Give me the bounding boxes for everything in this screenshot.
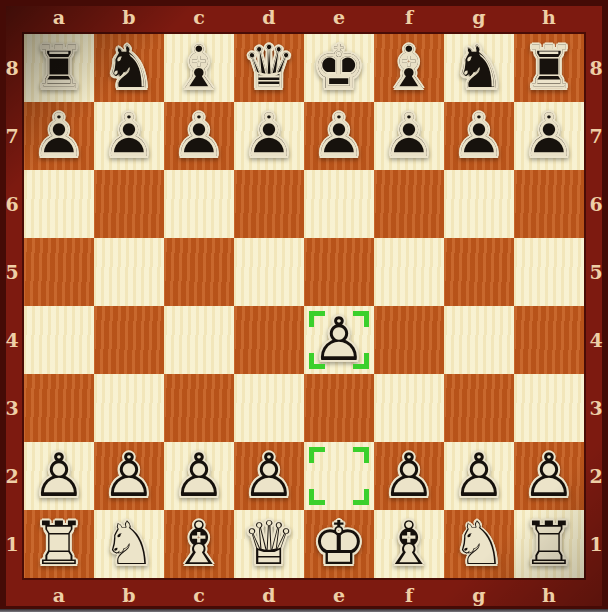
square-h3[interactable] xyxy=(514,374,584,442)
square-e7[interactable]: ♟♙ xyxy=(304,102,374,170)
square-f2[interactable]: ♟♙ xyxy=(374,442,444,510)
rank-label-5: 5 xyxy=(0,238,24,306)
file-label-f: f xyxy=(374,0,444,34)
square-c6[interactable] xyxy=(164,170,234,238)
piece-black-bishop[interactable]: ♝♗ xyxy=(374,34,444,102)
square-e1[interactable]: ♚♔ xyxy=(304,510,374,578)
piece-black-rook[interactable]: ♜♖ xyxy=(514,34,584,102)
piece-white-bishop[interactable]: ♝♗ xyxy=(164,510,234,578)
piece-black-pawn[interactable]: ♟♙ xyxy=(164,102,234,170)
file-label-c: c xyxy=(164,0,234,34)
piece-white-knight[interactable]: ♞♘ xyxy=(94,510,164,578)
square-c3[interactable] xyxy=(164,374,234,442)
square-a8[interactable]: ♜♖ xyxy=(24,34,94,102)
piece-white-pawn[interactable]: ♟♙ xyxy=(444,442,514,510)
square-b6[interactable] xyxy=(94,170,164,238)
piece-white-pawn[interactable]: ♟♙ xyxy=(234,442,304,510)
rank-label-1: 1 xyxy=(584,510,608,578)
square-e5[interactable] xyxy=(304,238,374,306)
piece-white-rook[interactable]: ♜♖ xyxy=(514,510,584,578)
rank-label-3: 3 xyxy=(0,374,24,442)
square-b4[interactable] xyxy=(94,306,164,374)
square-c1[interactable]: ♝♗ xyxy=(164,510,234,578)
square-d1[interactable]: ♛♕ xyxy=(234,510,304,578)
square-g6[interactable] xyxy=(444,170,514,238)
file-label-e: e xyxy=(304,0,374,34)
piece-white-pawn[interactable]: ♟♙ xyxy=(374,442,444,510)
rank-labels-left: 87654321 xyxy=(0,34,24,578)
move-highlight-e2 xyxy=(309,447,369,505)
square-c5[interactable] xyxy=(164,238,234,306)
piece-black-pawn[interactable]: ♟♙ xyxy=(514,102,584,170)
square-a1[interactable]: ♜♖ xyxy=(24,510,94,578)
piece-white-queen[interactable]: ♛♕ xyxy=(234,510,304,578)
file-label-c: c xyxy=(164,578,234,612)
square-c7[interactable]: ♟♙ xyxy=(164,102,234,170)
piece-black-bishop[interactable]: ♝♗ xyxy=(164,34,234,102)
square-f4[interactable] xyxy=(374,306,444,374)
square-h1[interactable]: ♜♖ xyxy=(514,510,584,578)
piece-black-pawn[interactable]: ♟♙ xyxy=(444,102,514,170)
square-d4[interactable] xyxy=(234,306,304,374)
square-g5[interactable] xyxy=(444,238,514,306)
square-d2[interactable]: ♟♙ xyxy=(234,442,304,510)
rank-label-4: 4 xyxy=(584,306,608,374)
square-g4[interactable] xyxy=(444,306,514,374)
file-label-e: e xyxy=(304,578,374,612)
highlight-corner xyxy=(353,447,369,463)
square-e4[interactable]: ♟♙ xyxy=(304,306,374,374)
piece-white-knight[interactable]: ♞♘ xyxy=(444,510,514,578)
square-b1[interactable]: ♞♘ xyxy=(94,510,164,578)
square-h2[interactable]: ♟♙ xyxy=(514,442,584,510)
square-f5[interactable] xyxy=(374,238,444,306)
file-label-b: b xyxy=(94,578,164,612)
square-a7[interactable]: ♟♙ xyxy=(24,102,94,170)
piece-black-pawn[interactable]: ♟♙ xyxy=(24,102,94,170)
file-labels-top: abcdefgh xyxy=(24,0,584,34)
square-f8[interactable]: ♝♗ xyxy=(374,34,444,102)
file-labels-bottom: abcdefgh xyxy=(24,578,584,612)
square-c4[interactable] xyxy=(164,306,234,374)
piece-white-rook[interactable]: ♜♖ xyxy=(24,510,94,578)
piece-black-pawn[interactable]: ♟♙ xyxy=(304,102,374,170)
square-f1[interactable]: ♝♗ xyxy=(374,510,444,578)
highlight-corner xyxy=(353,489,369,505)
piece-black-knight[interactable]: ♞♘ xyxy=(444,34,514,102)
square-g2[interactable]: ♟♙ xyxy=(444,442,514,510)
file-label-a: a xyxy=(24,578,94,612)
rank-label-2: 2 xyxy=(0,442,24,510)
square-d6[interactable] xyxy=(234,170,304,238)
square-g1[interactable]: ♞♘ xyxy=(444,510,514,578)
square-h7[interactable]: ♟♙ xyxy=(514,102,584,170)
square-e6[interactable] xyxy=(304,170,374,238)
rank-label-7: 7 xyxy=(584,102,608,170)
rank-labels-right: 87654321 xyxy=(584,34,608,578)
square-g8[interactable]: ♞♘ xyxy=(444,34,514,102)
square-b2[interactable]: ♟♙ xyxy=(94,442,164,510)
square-h8[interactable]: ♜♖ xyxy=(514,34,584,102)
piece-white-pawn[interactable]: ♟♙ xyxy=(164,442,234,510)
file-label-d: d xyxy=(234,0,304,34)
piece-black-rook[interactable]: ♜♖ xyxy=(24,34,94,102)
piece-white-pawn[interactable]: ♟♙ xyxy=(304,306,374,374)
file-label-h: h xyxy=(514,578,584,612)
piece-white-pawn[interactable]: ♟♙ xyxy=(514,442,584,510)
piece-black-queen[interactable]: ♛♕ xyxy=(234,34,304,102)
rank-label-6: 6 xyxy=(0,170,24,238)
square-c2[interactable]: ♟♙ xyxy=(164,442,234,510)
square-d5[interactable] xyxy=(234,238,304,306)
square-e3[interactable] xyxy=(304,374,374,442)
piece-white-pawn[interactable]: ♟♙ xyxy=(94,442,164,510)
square-a4[interactable] xyxy=(24,306,94,374)
rank-label-2: 2 xyxy=(584,442,608,510)
square-h6[interactable] xyxy=(514,170,584,238)
square-e2[interactable] xyxy=(304,442,374,510)
square-d3[interactable] xyxy=(234,374,304,442)
highlight-corner xyxy=(309,447,325,463)
file-label-b: b xyxy=(94,0,164,34)
highlight-corner xyxy=(309,489,325,505)
square-f6[interactable] xyxy=(374,170,444,238)
rank-label-1: 1 xyxy=(0,510,24,578)
chess-board: ♜♖♞♘♝♗♛♕♚♔♝♗♞♘♜♖♟♙♟♙♟♙♟♙♟♙♟♙♟♙♟♙♟♙♟♙♟♙♟♙… xyxy=(24,34,584,578)
square-d7[interactable]: ♟♙ xyxy=(234,102,304,170)
piece-white-bishop[interactable]: ♝♗ xyxy=(374,510,444,578)
rank-label-4: 4 xyxy=(0,306,24,374)
rank-label-8: 8 xyxy=(0,34,24,102)
square-b8[interactable]: ♞♘ xyxy=(94,34,164,102)
rank-label-3: 3 xyxy=(584,374,608,442)
square-b3[interactable] xyxy=(94,374,164,442)
square-a6[interactable] xyxy=(24,170,94,238)
square-h5[interactable] xyxy=(514,238,584,306)
square-d8[interactable]: ♛♕ xyxy=(234,34,304,102)
square-f3[interactable] xyxy=(374,374,444,442)
square-a3[interactable] xyxy=(24,374,94,442)
square-a2[interactable]: ♟♙ xyxy=(24,442,94,510)
square-g3[interactable] xyxy=(444,374,514,442)
piece-white-pawn[interactable]: ♟♙ xyxy=(24,442,94,510)
square-f7[interactable]: ♟♙ xyxy=(374,102,444,170)
rank-label-8: 8 xyxy=(584,34,608,102)
file-label-f: f xyxy=(374,578,444,612)
piece-black-king[interactable]: ♚♔ xyxy=(304,34,374,102)
square-a5[interactable] xyxy=(24,238,94,306)
piece-black-pawn[interactable]: ♟♙ xyxy=(94,102,164,170)
rank-label-6: 6 xyxy=(584,170,608,238)
square-b5[interactable] xyxy=(94,238,164,306)
piece-black-knight[interactable]: ♞♘ xyxy=(94,34,164,102)
file-label-g: g xyxy=(444,0,514,34)
file-label-h: h xyxy=(514,0,584,34)
square-c8[interactable]: ♝♗ xyxy=(164,34,234,102)
file-label-d: d xyxy=(234,578,304,612)
square-b7[interactable]: ♟♙ xyxy=(94,102,164,170)
rank-label-7: 7 xyxy=(0,102,24,170)
file-label-a: a xyxy=(24,0,94,34)
square-h4[interactable] xyxy=(514,306,584,374)
file-label-g: g xyxy=(444,578,514,612)
square-e8[interactable]: ♚♔ xyxy=(304,34,374,102)
piece-black-pawn[interactable]: ♟♙ xyxy=(234,102,304,170)
piece-black-pawn[interactable]: ♟♙ xyxy=(374,102,444,170)
chess-app-window: abcdefgh abcdefgh 87654321 87654321 ♜♖♞♘… xyxy=(0,0,608,612)
rank-label-5: 5 xyxy=(584,238,608,306)
square-g7[interactable]: ♟♙ xyxy=(444,102,514,170)
piece-white-king[interactable]: ♚♔ xyxy=(304,510,374,578)
